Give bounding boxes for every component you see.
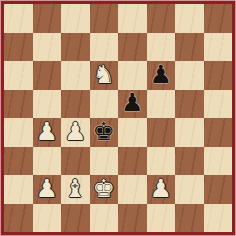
white-pawn[interactable]: ♟ bbox=[36, 176, 58, 201]
square-c4[interactable]: ♟ bbox=[61, 118, 90, 147]
square-e3[interactable] bbox=[118, 147, 147, 176]
black-pawn[interactable]: ♟ bbox=[121, 90, 143, 115]
square-h8[interactable] bbox=[204, 4, 233, 33]
square-c2[interactable]: ♝ bbox=[61, 175, 90, 204]
square-f5[interactable] bbox=[147, 90, 176, 119]
square-h4[interactable] bbox=[204, 118, 233, 147]
black-king[interactable]: ♚ bbox=[93, 119, 115, 144]
square-d7[interactable] bbox=[90, 33, 119, 62]
square-f7[interactable] bbox=[147, 33, 176, 62]
square-h1[interactable] bbox=[204, 204, 233, 233]
square-d1[interactable] bbox=[90, 204, 119, 233]
square-e6[interactable] bbox=[118, 61, 147, 90]
square-b7[interactable] bbox=[33, 33, 62, 62]
square-b3[interactable] bbox=[33, 147, 62, 176]
square-b1[interactable] bbox=[33, 204, 62, 233]
square-d6[interactable]: ♞ bbox=[90, 61, 119, 90]
square-d2[interactable]: ♚ bbox=[90, 175, 119, 204]
square-e4[interactable] bbox=[118, 118, 147, 147]
square-b6[interactable] bbox=[33, 61, 62, 90]
black-pawn[interactable]: ♟ bbox=[150, 62, 172, 87]
square-f1[interactable] bbox=[147, 204, 176, 233]
square-g6[interactable] bbox=[175, 61, 204, 90]
square-h2[interactable] bbox=[204, 175, 233, 204]
square-c1[interactable] bbox=[61, 204, 90, 233]
square-f2[interactable]: ♟ bbox=[147, 175, 176, 204]
square-a2[interactable] bbox=[4, 175, 33, 204]
square-e1[interactable] bbox=[118, 204, 147, 233]
square-g4[interactable] bbox=[175, 118, 204, 147]
square-h6[interactable] bbox=[204, 61, 233, 90]
square-a8[interactable] bbox=[4, 4, 33, 33]
white-king[interactable]: ♚ bbox=[93, 176, 115, 201]
square-f6[interactable]: ♟ bbox=[147, 61, 176, 90]
square-c6[interactable] bbox=[61, 61, 90, 90]
chess-board-frame: ♞♟♟♟♟♚♟♝♚♟ bbox=[0, 0, 236, 236]
square-g8[interactable] bbox=[175, 4, 204, 33]
square-e7[interactable] bbox=[118, 33, 147, 62]
square-e8[interactable] bbox=[118, 4, 147, 33]
square-h7[interactable] bbox=[204, 33, 233, 62]
square-h3[interactable] bbox=[204, 147, 233, 176]
square-a6[interactable] bbox=[4, 61, 33, 90]
square-g3[interactable] bbox=[175, 147, 204, 176]
square-e5[interactable]: ♟ bbox=[118, 90, 147, 119]
square-c5[interactable] bbox=[61, 90, 90, 119]
square-d8[interactable] bbox=[90, 4, 119, 33]
square-a5[interactable] bbox=[4, 90, 33, 119]
square-c3[interactable] bbox=[61, 147, 90, 176]
square-g7[interactable] bbox=[175, 33, 204, 62]
square-c7[interactable] bbox=[61, 33, 90, 62]
white-pawn[interactable]: ♟ bbox=[36, 119, 58, 144]
square-c8[interactable] bbox=[61, 4, 90, 33]
square-f8[interactable] bbox=[147, 4, 176, 33]
white-knight[interactable]: ♞ bbox=[93, 62, 115, 87]
square-g5[interactable] bbox=[175, 90, 204, 119]
square-d3[interactable] bbox=[90, 147, 119, 176]
square-f3[interactable] bbox=[147, 147, 176, 176]
square-a7[interactable] bbox=[4, 33, 33, 62]
square-e2[interactable] bbox=[118, 175, 147, 204]
square-a4[interactable] bbox=[4, 118, 33, 147]
square-b8[interactable] bbox=[33, 4, 62, 33]
white-pawn[interactable]: ♟ bbox=[64, 119, 86, 144]
square-g2[interactable] bbox=[175, 175, 204, 204]
square-b5[interactable] bbox=[33, 90, 62, 119]
square-d4[interactable]: ♚ bbox=[90, 118, 119, 147]
square-d5[interactable] bbox=[90, 90, 119, 119]
square-h5[interactable] bbox=[204, 90, 233, 119]
square-a1[interactable] bbox=[4, 204, 33, 233]
square-b4[interactable]: ♟ bbox=[33, 118, 62, 147]
white-bishop[interactable]: ♝ bbox=[64, 176, 86, 201]
square-b2[interactable]: ♟ bbox=[33, 175, 62, 204]
square-f4[interactable] bbox=[147, 118, 176, 147]
chess-board: ♞♟♟♟♟♚♟♝♚♟ bbox=[4, 4, 232, 232]
square-a3[interactable] bbox=[4, 147, 33, 176]
square-g1[interactable] bbox=[175, 204, 204, 233]
white-pawn[interactable]: ♟ bbox=[150, 176, 172, 201]
